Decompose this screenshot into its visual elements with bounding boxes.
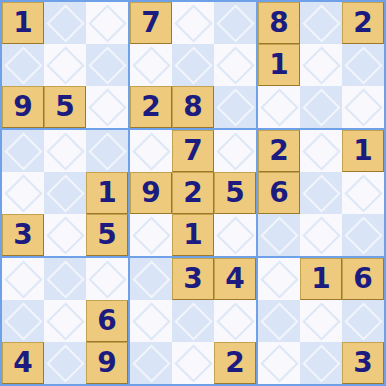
cell-r5c6: 5 bbox=[214, 172, 256, 214]
diamond-ornament bbox=[260, 260, 298, 298]
cell-r7c9: 6 bbox=[342, 258, 384, 300]
cell-r5c1[interactable] bbox=[2, 172, 44, 214]
diamond-ornament bbox=[46, 4, 84, 42]
diamond-ornament bbox=[132, 344, 170, 382]
cell-r6c7[interactable] bbox=[258, 214, 300, 256]
given-digit: 1 bbox=[97, 179, 116, 207]
cell-r9c4[interactable] bbox=[130, 342, 172, 384]
given-digit: 7 bbox=[141, 9, 160, 37]
cell-r2c2[interactable] bbox=[44, 44, 86, 86]
cell-r9c7[interactable] bbox=[258, 342, 300, 384]
diamond-ornament bbox=[344, 88, 382, 126]
cell-r4c3[interactable] bbox=[86, 130, 128, 172]
cell-r2c4[interactable] bbox=[130, 44, 172, 86]
cell-r4c9: 1 bbox=[342, 130, 384, 172]
given-digit: 2 bbox=[269, 137, 288, 165]
diamond-ornament bbox=[88, 132, 126, 170]
cell-r6c9[interactable] bbox=[342, 214, 384, 256]
box-r2c2: 79251 bbox=[130, 130, 256, 256]
diamond-ornament bbox=[302, 4, 340, 42]
cell-r1c9: 2 bbox=[342, 2, 384, 44]
cell-r9c6: 2 bbox=[214, 342, 256, 384]
given-digit: 6 bbox=[353, 265, 372, 293]
cell-r9c5[interactable] bbox=[172, 342, 214, 384]
diamond-ornament bbox=[216, 302, 254, 340]
diamond-ornament bbox=[46, 174, 84, 212]
diamond-ornament bbox=[132, 302, 170, 340]
cell-r7c4[interactable] bbox=[130, 258, 172, 300]
diamond-ornament bbox=[216, 88, 254, 126]
diamond-ornament bbox=[260, 216, 298, 254]
cell-r8c2[interactable] bbox=[44, 300, 86, 342]
cell-r3c1: 9 bbox=[2, 86, 44, 128]
cell-r9c3: 9 bbox=[86, 342, 128, 384]
diamond-ornament bbox=[174, 344, 212, 382]
given-digit: 4 bbox=[13, 349, 32, 377]
cell-r7c3[interactable] bbox=[86, 258, 128, 300]
diamond-ornament bbox=[302, 132, 340, 170]
given-digit: 9 bbox=[13, 93, 32, 121]
cell-r1c8[interactable] bbox=[300, 2, 342, 44]
cell-r7c5: 3 bbox=[172, 258, 214, 300]
cell-r5c4: 9 bbox=[130, 172, 172, 214]
given-digit: 2 bbox=[353, 9, 372, 37]
cell-r3c5: 8 bbox=[172, 86, 214, 128]
diamond-ornament bbox=[88, 88, 126, 126]
diamond-ornament bbox=[132, 216, 170, 254]
cell-r8c3: 6 bbox=[86, 300, 128, 342]
cell-r8c4[interactable] bbox=[130, 300, 172, 342]
given-digit: 2 bbox=[225, 349, 244, 377]
cell-r4c4[interactable] bbox=[130, 130, 172, 172]
diamond-ornament bbox=[46, 46, 84, 84]
cell-r3c6[interactable] bbox=[214, 86, 256, 128]
diamond-ornament bbox=[174, 4, 212, 42]
box-r1c1: 195 bbox=[2, 2, 128, 128]
diamond-ornament bbox=[344, 216, 382, 254]
cell-r2c7: 1 bbox=[258, 44, 300, 86]
diamond-ornament bbox=[302, 174, 340, 212]
diamond-ornament bbox=[46, 132, 84, 170]
cell-r3c7[interactable] bbox=[258, 86, 300, 128]
cell-r4c2[interactable] bbox=[44, 130, 86, 172]
cell-r1c5[interactable] bbox=[172, 2, 214, 44]
cell-r5c3: 1 bbox=[86, 172, 128, 214]
cell-r8c1[interactable] bbox=[2, 300, 44, 342]
diamond-ornament bbox=[344, 302, 382, 340]
given-digit: 3 bbox=[353, 349, 372, 377]
diamond-ornament bbox=[132, 46, 170, 84]
diamond-ornament bbox=[4, 302, 42, 340]
box-r3c1: 649 bbox=[2, 258, 128, 384]
diamond-ornament bbox=[46, 302, 84, 340]
given-digit: 9 bbox=[141, 179, 160, 207]
given-digit: 5 bbox=[55, 93, 74, 121]
cell-r9c2[interactable] bbox=[44, 342, 86, 384]
given-digit: 4 bbox=[225, 265, 244, 293]
cell-r2c9[interactable] bbox=[342, 44, 384, 86]
cell-r4c6[interactable] bbox=[214, 130, 256, 172]
cell-r1c7: 8 bbox=[258, 2, 300, 44]
cell-r1c4: 7 bbox=[130, 2, 172, 44]
cell-r1c6[interactable] bbox=[214, 2, 256, 44]
given-digit: 1 bbox=[353, 137, 372, 165]
cell-r4c5: 7 bbox=[172, 130, 214, 172]
given-digit: 6 bbox=[269, 179, 288, 207]
cell-r1c2[interactable] bbox=[44, 2, 86, 44]
given-digit: 1 bbox=[13, 9, 32, 37]
diamond-ornament bbox=[88, 46, 126, 84]
cell-r6c3: 5 bbox=[86, 214, 128, 256]
given-digit: 1 bbox=[183, 221, 202, 249]
cell-r6c2[interactable] bbox=[44, 214, 86, 256]
diamond-ornament bbox=[260, 302, 298, 340]
diamond-ornament bbox=[216, 4, 254, 42]
diamond-ornament bbox=[4, 132, 42, 170]
box-r3c2: 342 bbox=[130, 258, 256, 384]
cell-r7c7[interactable] bbox=[258, 258, 300, 300]
cell-r1c1: 1 bbox=[2, 2, 44, 44]
given-digit: 3 bbox=[183, 265, 202, 293]
cell-r8c6[interactable] bbox=[214, 300, 256, 342]
diamond-ornament bbox=[302, 302, 340, 340]
cell-r9c1: 4 bbox=[2, 342, 44, 384]
diamond-ornament bbox=[216, 46, 254, 84]
diamond-ornament bbox=[88, 260, 126, 298]
cell-r3c9[interactable] bbox=[342, 86, 384, 128]
cell-r8c9[interactable] bbox=[342, 300, 384, 342]
cell-r7c2[interactable] bbox=[44, 258, 86, 300]
given-digit: 8 bbox=[183, 93, 202, 121]
diamond-ornament bbox=[344, 46, 382, 84]
given-digit: 1 bbox=[311, 265, 330, 293]
cell-r4c8[interactable] bbox=[300, 130, 342, 172]
cell-r6c5: 1 bbox=[172, 214, 214, 256]
given-digit: 3 bbox=[13, 221, 32, 249]
diamond-ornament bbox=[46, 260, 84, 298]
given-digit: 9 bbox=[97, 349, 116, 377]
cell-r7c8: 1 bbox=[300, 258, 342, 300]
cell-r5c2[interactable] bbox=[44, 172, 86, 214]
diamond-ornament bbox=[344, 174, 382, 212]
diamond-ornament bbox=[4, 46, 42, 84]
cell-r4c1[interactable] bbox=[2, 130, 44, 172]
diamond-ornament bbox=[216, 132, 254, 170]
diamond-ornament bbox=[174, 302, 212, 340]
cell-r9c8[interactable] bbox=[300, 342, 342, 384]
diamond-ornament bbox=[132, 260, 170, 298]
diamond-ornament bbox=[174, 46, 212, 84]
diamond-ornament bbox=[302, 344, 340, 382]
cell-r2c8[interactable] bbox=[300, 44, 342, 86]
cell-r2c5[interactable] bbox=[172, 44, 214, 86]
diamond-ornament bbox=[132, 132, 170, 170]
given-digit: 7 bbox=[183, 137, 202, 165]
cell-r5c7: 6 bbox=[258, 172, 300, 214]
cell-r3c4: 2 bbox=[130, 86, 172, 128]
diamond-ornament bbox=[260, 88, 298, 126]
cell-r6c4[interactable] bbox=[130, 214, 172, 256]
cell-r9c9: 3 bbox=[342, 342, 384, 384]
cell-r8c8[interactable] bbox=[300, 300, 342, 342]
given-digit: 2 bbox=[141, 93, 160, 121]
diamond-ornament bbox=[216, 216, 254, 254]
box-r3c3: 163 bbox=[258, 258, 384, 384]
cell-r3c2: 5 bbox=[44, 86, 86, 128]
box-r1c3: 821 bbox=[258, 2, 384, 128]
diamond-ornament bbox=[302, 216, 340, 254]
cell-r2c1[interactable] bbox=[2, 44, 44, 86]
cell-r8c7[interactable] bbox=[258, 300, 300, 342]
diamond-ornament bbox=[260, 344, 298, 382]
cell-r4c7: 2 bbox=[258, 130, 300, 172]
diamond-ornament bbox=[4, 174, 42, 212]
cell-r2c6[interactable] bbox=[214, 44, 256, 86]
given-digit: 2 bbox=[183, 179, 202, 207]
cell-r6c1: 3 bbox=[2, 214, 44, 256]
cell-r7c6: 4 bbox=[214, 258, 256, 300]
cell-r3c8[interactable] bbox=[300, 86, 342, 128]
cell-r5c8[interactable] bbox=[300, 172, 342, 214]
given-digit: 5 bbox=[97, 221, 116, 249]
diamond-ornament bbox=[4, 260, 42, 298]
box-r2c1: 135 bbox=[2, 130, 128, 256]
given-digit: 6 bbox=[97, 307, 116, 335]
given-digit: 5 bbox=[225, 179, 244, 207]
cell-r1c3[interactable] bbox=[86, 2, 128, 44]
diamond-ornament bbox=[302, 88, 340, 126]
cell-r5c5: 2 bbox=[172, 172, 214, 214]
box-r2c3: 216 bbox=[258, 130, 384, 256]
cell-r7c1[interactable] bbox=[2, 258, 44, 300]
sudoku-board: 19572882113579251216649342163 bbox=[0, 0, 386, 386]
cell-r6c6[interactable] bbox=[214, 214, 256, 256]
given-digit: 8 bbox=[269, 9, 288, 37]
diamond-ornament bbox=[302, 46, 340, 84]
cell-r6c8[interactable] bbox=[300, 214, 342, 256]
cell-r2c3[interactable] bbox=[86, 44, 128, 86]
diamond-ornament bbox=[46, 344, 84, 382]
cell-r3c3[interactable] bbox=[86, 86, 128, 128]
box-r1c2: 728 bbox=[130, 2, 256, 128]
cell-r5c9[interactable] bbox=[342, 172, 384, 214]
cell-r8c5[interactable] bbox=[172, 300, 214, 342]
diamond-ornament bbox=[88, 4, 126, 42]
given-digit: 1 bbox=[269, 51, 288, 79]
diamond-ornament bbox=[46, 216, 84, 254]
